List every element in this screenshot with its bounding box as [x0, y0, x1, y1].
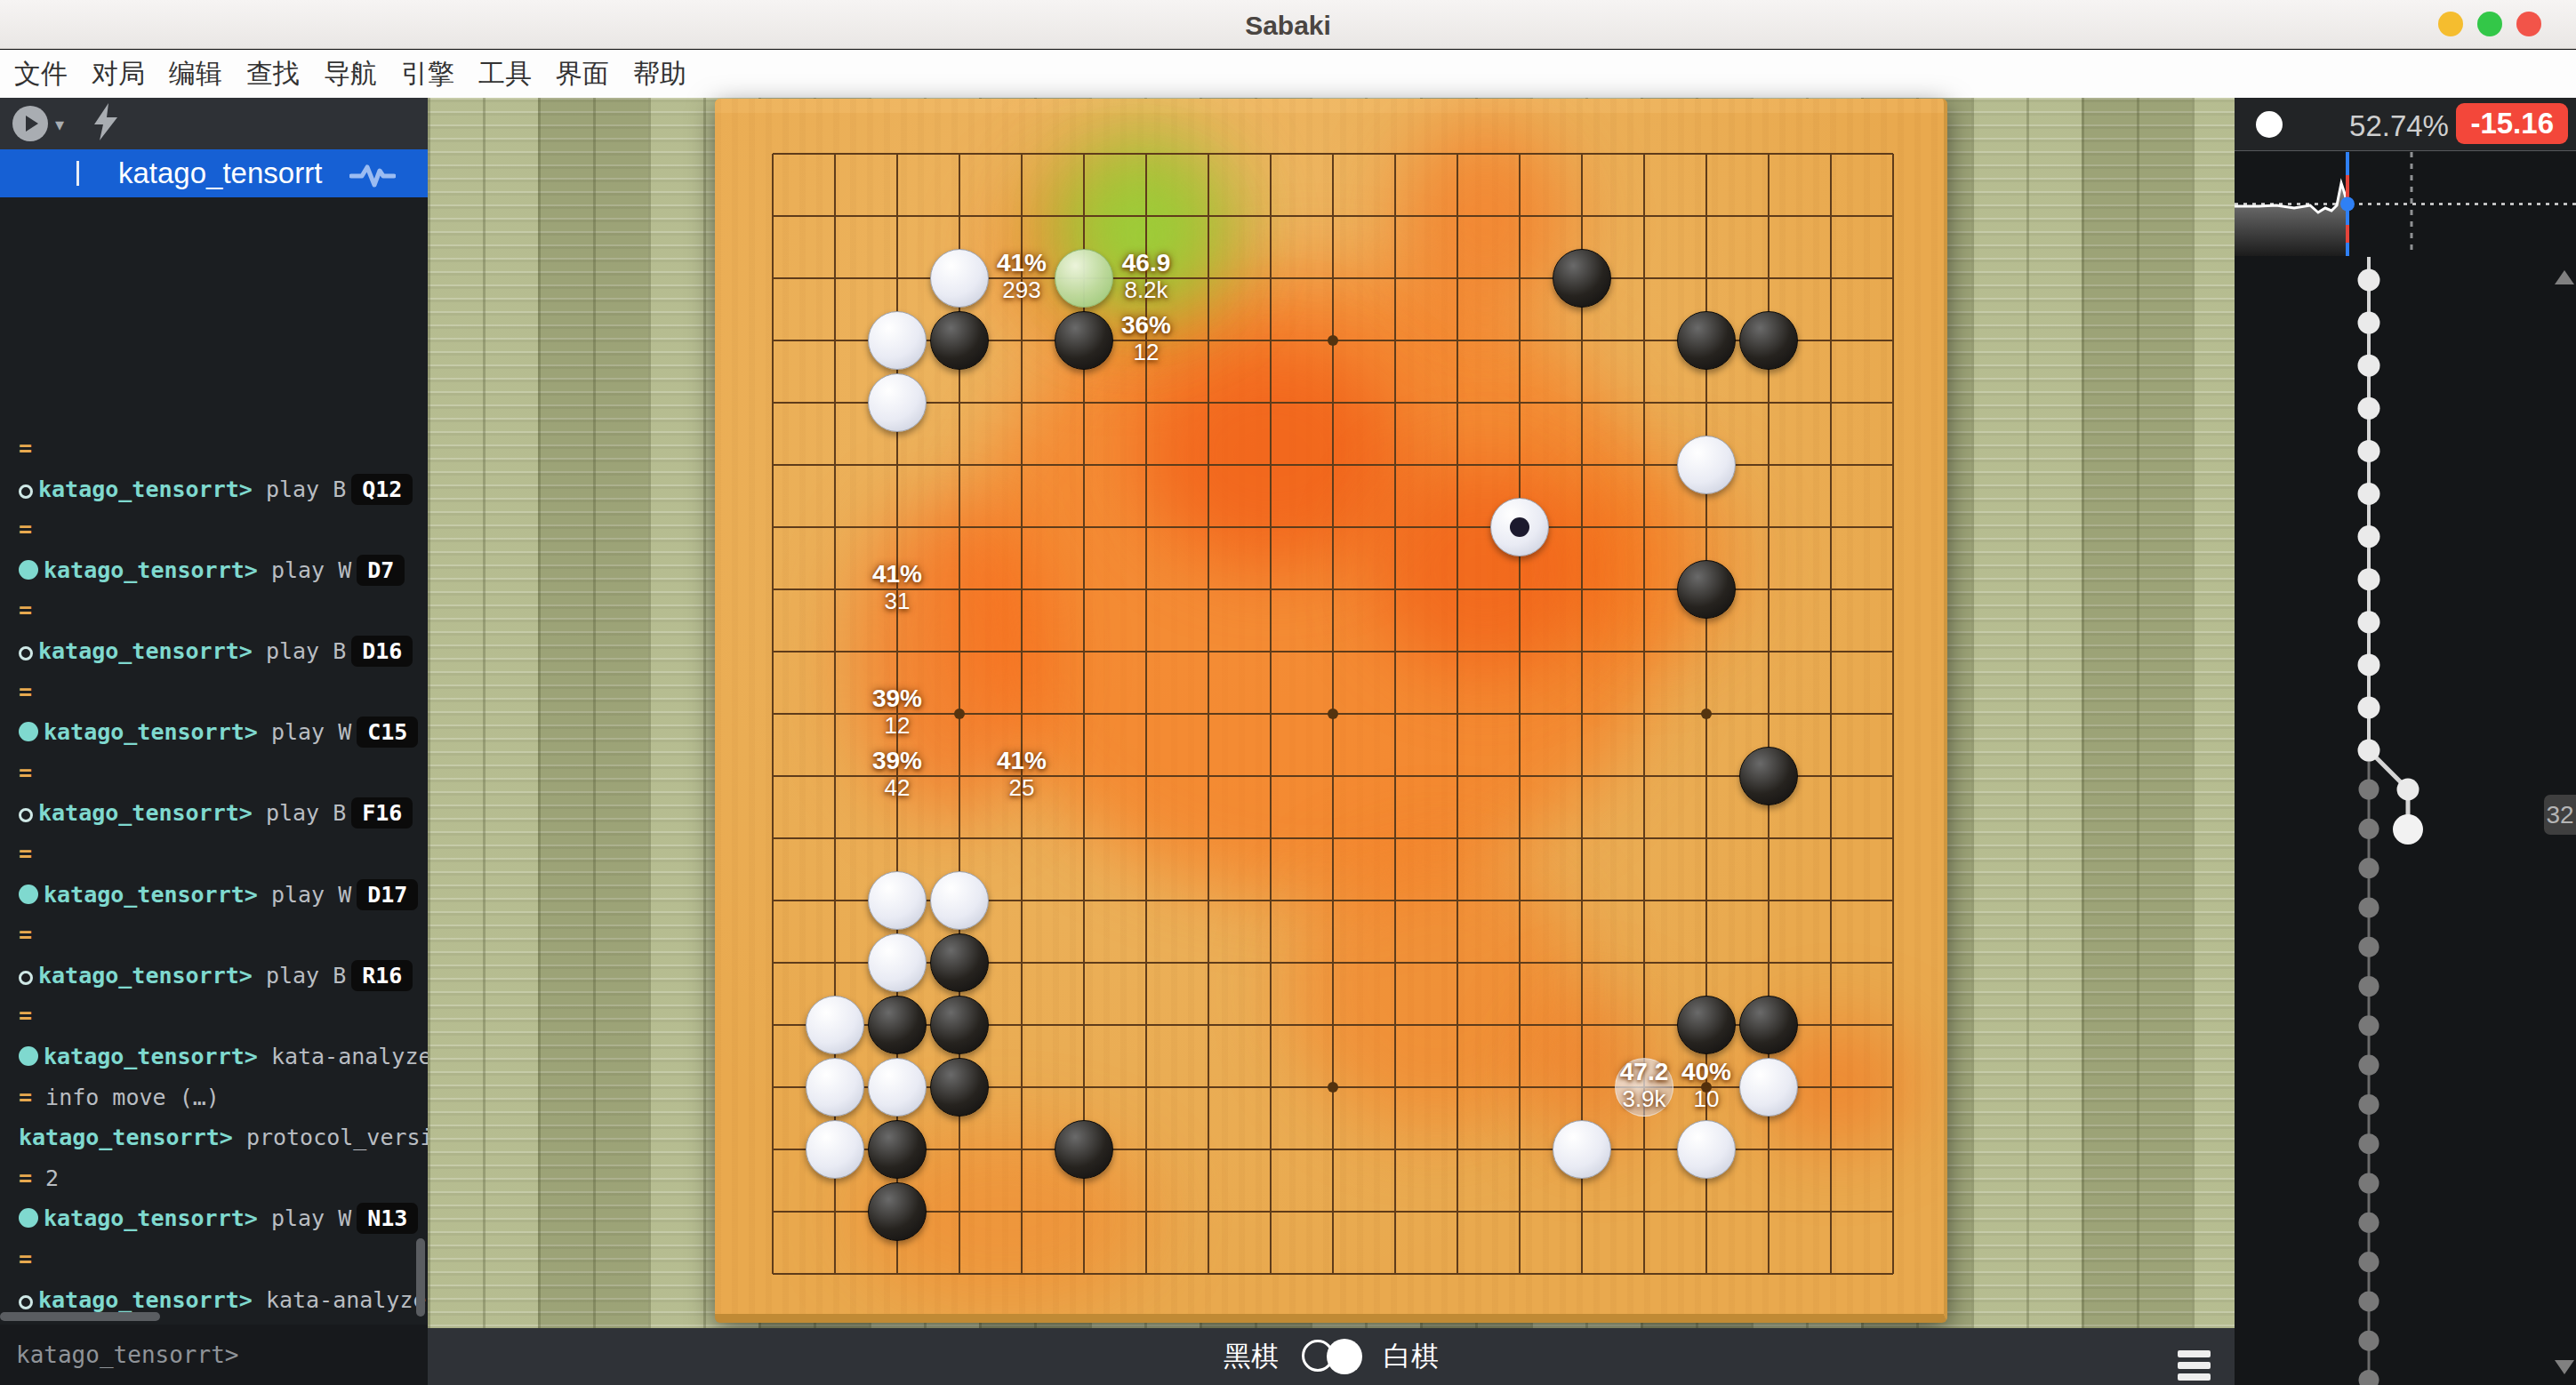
- tree-node[interactable]: [2358, 568, 2380, 590]
- black-engine-icon: [19, 885, 38, 904]
- white-stone-B3: [806, 1120, 864, 1179]
- white-stone-C15: [868, 373, 927, 432]
- white-stone-Q3: [1677, 1120, 1736, 1179]
- hamburger-menu-icon[interactable]: [2178, 1350, 2211, 1381]
- tree-node[interactable]: [2359, 819, 2379, 839]
- move-badge: D7: [357, 555, 405, 586]
- last-move-marker: [1510, 517, 1529, 537]
- console-line: =: [0, 834, 428, 875]
- scroll-up-icon[interactable]: [2555, 270, 2574, 284]
- player-bar: 黑棋 白棋: [428, 1328, 2235, 1385]
- black-engine-icon: [19, 1208, 38, 1228]
- winrate-value: 52.74%: [2332, 109, 2466, 143]
- white-stone-C16: [868, 311, 927, 370]
- menu-item-工具[interactable]: 工具: [478, 56, 532, 92]
- white-engine-icon: [19, 484, 33, 499]
- black-engine-icon: [19, 722, 38, 741]
- white-player-icon: [2256, 111, 2283, 138]
- black-engine-icon: [19, 560, 38, 580]
- black-stone-F3: [1055, 1120, 1113, 1179]
- black-player-label: 黑棋: [1224, 1338, 1279, 1375]
- menu-item-编辑[interactable]: 编辑: [169, 56, 222, 92]
- game-tree[interactable]: 32: [2235, 256, 2576, 1385]
- console-line: katago_tensorrt> play BR16: [0, 956, 428, 997]
- analysis-label-G17[interactable]: 46.98.2k: [1093, 250, 1200, 303]
- tree-node[interactable]: [2358, 440, 2380, 462]
- window-title: Sabaki: [0, 11, 2576, 41]
- start-engine-icon[interactable]: [12, 106, 48, 141]
- black-stone-R5: [1739, 996, 1798, 1054]
- tree-node[interactable]: [2359, 1291, 2379, 1311]
- menu-item-导航[interactable]: 导航: [324, 56, 377, 92]
- white-stone-C7: [868, 871, 927, 930]
- scroll-down-icon[interactable]: [2555, 1360, 2574, 1374]
- tree-node[interactable]: [2359, 1015, 2379, 1036]
- analysis-label-Q4[interactable]: 40%10: [1653, 1059, 1760, 1112]
- white-engine-icon: [19, 646, 33, 660]
- tree-node[interactable]: [2359, 1213, 2379, 1233]
- menu-bar: 文件对局编辑查找导航引擎工具界面帮助: [0, 50, 2576, 98]
- menu-item-对局[interactable]: 对局: [92, 56, 145, 92]
- maximize-button[interactable]: [2477, 12, 2502, 36]
- move-badge: F16: [351, 797, 413, 829]
- menu-item-查找[interactable]: 查找: [246, 56, 300, 92]
- analysis-sidebar: 52.74% -15.16 32: [2235, 98, 2576, 1385]
- console-line: =: [0, 915, 428, 956]
- tree-node[interactable]: [2359, 1173, 2379, 1194]
- tree-node[interactable]: [2359, 937, 2379, 957]
- minimize-button[interactable]: [2438, 12, 2463, 36]
- close-button[interactable]: [2516, 12, 2541, 36]
- console-line: katago_tensorrt> play BF16: [0, 793, 428, 834]
- black-stone-Q5: [1677, 996, 1736, 1054]
- analysis-label-C10[interactable]: 39%12: [844, 685, 951, 739]
- white-stone-C6: [868, 933, 927, 992]
- goban-background: 41%29346.98.2k36%1241%3139%1239%4241%254…: [428, 98, 2235, 1385]
- engine-list-item[interactable]: katago_tensorrt: [0, 149, 428, 197]
- analysis-label-C12[interactable]: 41%31: [844, 561, 951, 614]
- console-line: = info move (…): [0, 1077, 428, 1118]
- console-line: =: [0, 996, 428, 1037]
- analysis-label-C9[interactable]: 39%42: [844, 748, 951, 801]
- white-engine-icon: [19, 808, 33, 822]
- move-number-badge: 32: [2544, 795, 2576, 835]
- console-input[interactable]: katago_tensorrt>: [0, 1325, 428, 1385]
- move-badge: C15: [357, 717, 418, 748]
- menu-item-帮助[interactable]: 帮助: [633, 56, 686, 92]
- tree-node[interactable]: [2358, 697, 2380, 719]
- engine-toolbar: ▾: [0, 98, 428, 149]
- winrate-graph[interactable]: [2235, 152, 2576, 256]
- player-toggle[interactable]: [1302, 1339, 1360, 1374]
- analysis-pulse-icon[interactable]: [349, 162, 396, 192]
- lightning-icon[interactable]: [92, 103, 119, 148]
- tree-node[interactable]: [2359, 1331, 2379, 1351]
- console-line: katago_tensorrt> protocol_versio: [0, 1117, 428, 1158]
- gtp-console[interactable]: =katago_tensorrt> play BQ12=katago_tenso…: [0, 197, 428, 1385]
- game-tree-svg: [2235, 256, 2576, 1385]
- engine-name: katago_tensorrt: [118, 156, 322, 190]
- analysis-label-G16[interactable]: 36%12: [1093, 312, 1200, 365]
- move-badge: N13: [357, 1203, 418, 1234]
- black-stone-C5: [868, 996, 927, 1054]
- console-line: katago_tensorrt> kata-analyze: [0, 1037, 428, 1077]
- black-stone-D6: [930, 933, 989, 992]
- black-stone-R9: [1739, 747, 1798, 805]
- console-line: katago_tensorrt> play WC15: [0, 712, 428, 753]
- tree-node[interactable]: [2359, 1133, 2379, 1154]
- tree-node[interactable]: [2359, 897, 2379, 917]
- console-line: katago_tensorrt> play WD17: [0, 875, 428, 916]
- tree-node[interactable]: [2358, 653, 2380, 676]
- tree-node[interactable]: [2358, 355, 2380, 377]
- score-lead-badge: -15.16: [2456, 103, 2568, 144]
- title-bar: Sabaki: [0, 0, 2576, 49]
- black-stone-D16: [930, 311, 989, 370]
- move-badge: Q12: [351, 474, 413, 505]
- white-stone-B5: [806, 996, 864, 1054]
- black-stone-D4: [930, 1058, 989, 1117]
- black-stone-Q12: [1677, 560, 1736, 619]
- white-stone-Q14: [1677, 436, 1736, 494]
- console-vertical-scrollbar[interactable]: [416, 1238, 425, 1317]
- analysis-label-E17[interactable]: 41%293: [968, 250, 1075, 303]
- sabaki-window: Sabaki 文件对局编辑查找导航引擎工具界面帮助 ▾ katago_tenso…: [0, 0, 2576, 1385]
- go-board[interactable]: 41%29346.98.2k36%1241%3139%1239%4241%254…: [715, 99, 1947, 1323]
- tree-node[interactable]: [2359, 780, 2379, 800]
- menu-item-引擎[interactable]: 引擎: [401, 56, 454, 92]
- white-stone-O3: [1553, 1120, 1611, 1179]
- white-engine-icon: [19, 971, 33, 985]
- console-line: katago_tensorrt> play BQ12: [0, 469, 428, 510]
- console-horizontal-scrollbar[interactable]: [0, 1312, 160, 1321]
- black-engine-icon: [19, 1046, 38, 1066]
- console-line: =: [0, 590, 428, 631]
- console-line: katago_tensorrt> play WN13: [0, 1198, 428, 1239]
- tree-node[interactable]: [2359, 1055, 2379, 1076]
- white-engine-icon: [19, 1295, 33, 1309]
- move-badge: D16: [351, 636, 413, 667]
- tree-node[interactable]: [2358, 312, 2380, 334]
- console-line: = 2: [0, 1158, 428, 1199]
- tree-node[interactable]: [2359, 976, 2379, 997]
- chevron-down-icon[interactable]: ▾: [55, 114, 64, 135]
- tree-node[interactable]: [2359, 1252, 2379, 1272]
- tree-node[interactable]: [2397, 779, 2420, 801]
- tree-node[interactable]: [2359, 1370, 2379, 1385]
- console-line: =: [0, 753, 428, 794]
- tree-node[interactable]: [2359, 858, 2379, 878]
- text-cursor: [76, 161, 79, 186]
- black-stone-C3: [868, 1120, 927, 1179]
- winrate-graph-svg: [2235, 152, 2576, 256]
- menu-item-文件[interactable]: 文件: [14, 56, 68, 92]
- console-line: =: [0, 509, 428, 550]
- white-player-label: 白棋: [1384, 1338, 1439, 1375]
- black-stone-Q16: [1677, 311, 1736, 370]
- console-line: katago_tensorrt> play WD7: [0, 550, 428, 591]
- console-line: katago_tensorrt> play BD16: [0, 631, 428, 672]
- tree-node[interactable]: [2358, 525, 2380, 548]
- black-stone-R16: [1739, 311, 1798, 370]
- black-stone-O17: [1553, 249, 1611, 308]
- analysis-label-E9[interactable]: 41%25: [968, 748, 1075, 801]
- tree-node[interactable]: [2393, 814, 2423, 845]
- tree-node[interactable]: [2358, 740, 2380, 762]
- winrate-header: 52.74% -15.16: [2235, 98, 2576, 151]
- menu-item-界面[interactable]: 界面: [556, 56, 609, 92]
- tree-node[interactable]: [2358, 483, 2380, 505]
- console-line: =: [0, 1239, 428, 1280]
- engine-sidebar: ▾ katago_tensorrt =katago_tensorrt> play…: [0, 98, 428, 1385]
- white-stone-C4: [868, 1058, 927, 1117]
- white-stone-D7: [930, 871, 989, 930]
- black-stone-D5: [930, 996, 989, 1054]
- black-stone-C2: [868, 1182, 927, 1241]
- white-toggle-circle: [1327, 1339, 1362, 1374]
- tree-node[interactable]: [2358, 611, 2380, 633]
- tree-node[interactable]: [2358, 397, 2380, 420]
- console-line: =: [0, 428, 428, 469]
- tree-node[interactable]: [2359, 1094, 2379, 1115]
- move-badge: D17: [357, 879, 418, 910]
- console-line: =: [0, 672, 428, 713]
- tree-node[interactable]: [2358, 269, 2380, 292]
- move-badge: R16: [351, 960, 413, 991]
- white-stone-B4: [806, 1058, 864, 1117]
